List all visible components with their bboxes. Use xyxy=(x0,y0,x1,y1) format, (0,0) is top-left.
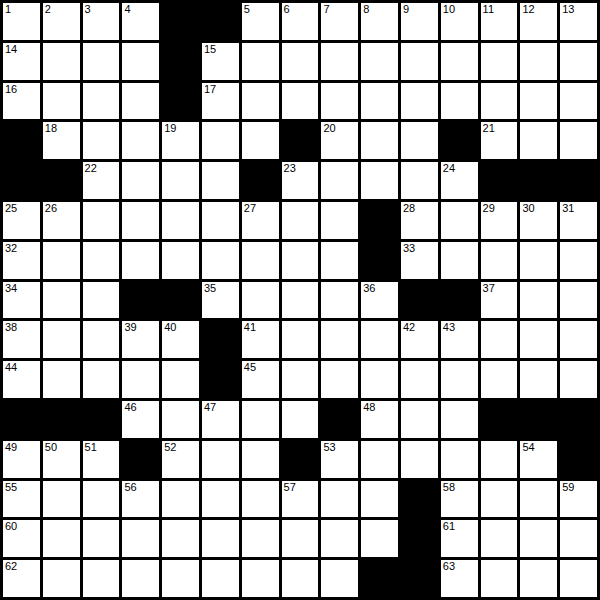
white-square[interactable] xyxy=(361,162,398,199)
black-square xyxy=(401,481,438,518)
white-square[interactable] xyxy=(242,43,279,80)
white-square[interactable] xyxy=(242,481,279,518)
white-square[interactable] xyxy=(441,401,478,438)
white-square[interactable]: 47 xyxy=(202,401,239,438)
white-square[interactable]: 52 xyxy=(162,441,199,478)
clue-number: 14 xyxy=(5,43,17,56)
white-square[interactable] xyxy=(520,560,557,597)
white-square[interactable]: 28 xyxy=(401,202,438,239)
white-square[interactable]: 2 xyxy=(43,3,80,40)
white-square[interactable] xyxy=(321,321,358,358)
white-square[interactable]: 3 xyxy=(83,3,120,40)
black-square xyxy=(3,401,40,438)
white-square[interactable] xyxy=(83,361,120,398)
white-square[interactable] xyxy=(282,242,319,279)
white-square[interactable] xyxy=(202,162,239,199)
black-square xyxy=(3,162,40,199)
white-square[interactable]: 9 xyxy=(401,3,438,40)
white-square[interactable]: 44 xyxy=(3,361,40,398)
clue-number: 40 xyxy=(164,321,176,334)
white-square[interactable] xyxy=(43,560,80,597)
white-square[interactable] xyxy=(520,520,557,557)
clue-number: 15 xyxy=(204,43,216,56)
white-square[interactable]: 55 xyxy=(3,481,40,518)
black-square xyxy=(361,202,398,239)
white-square[interactable]: 19 xyxy=(162,122,199,159)
white-square[interactable] xyxy=(282,401,319,438)
white-square[interactable]: 62 xyxy=(3,560,40,597)
white-square[interactable] xyxy=(202,560,239,597)
white-square[interactable] xyxy=(162,361,199,398)
white-square[interactable]: 51 xyxy=(83,441,120,478)
black-square xyxy=(162,83,199,120)
clue-number: 6 xyxy=(284,3,290,16)
white-square[interactable] xyxy=(122,83,159,120)
clue-number: 28 xyxy=(403,202,415,215)
white-square[interactable] xyxy=(83,43,120,80)
white-square[interactable] xyxy=(401,441,438,478)
white-square[interactable] xyxy=(481,520,518,557)
white-square[interactable] xyxy=(122,242,159,279)
clue-number: 45 xyxy=(244,361,256,374)
clue-number: 39 xyxy=(124,321,136,334)
white-square[interactable]: 38 xyxy=(3,321,40,358)
clue-number: 54 xyxy=(522,441,534,454)
black-square xyxy=(202,321,239,358)
clue-number: 46 xyxy=(124,401,136,414)
white-square[interactable] xyxy=(481,43,518,80)
white-square[interactable]: 21 xyxy=(481,122,518,159)
black-square xyxy=(401,520,438,557)
white-square[interactable] xyxy=(361,441,398,478)
clue-number: 12 xyxy=(522,3,534,16)
white-square[interactable] xyxy=(282,361,319,398)
clue-number: 9 xyxy=(403,3,409,16)
black-square xyxy=(202,361,239,398)
white-square[interactable]: 42 xyxy=(401,321,438,358)
black-square xyxy=(122,282,159,319)
clue-number: 3 xyxy=(85,3,91,16)
white-square[interactable]: 46 xyxy=(122,401,159,438)
clue-number: 60 xyxy=(5,520,17,533)
white-square[interactable]: 53 xyxy=(321,441,358,478)
white-square[interactable] xyxy=(282,202,319,239)
white-square[interactable]: 59 xyxy=(560,481,597,518)
clue-number: 27 xyxy=(244,202,256,215)
clue-number: 38 xyxy=(5,321,17,334)
black-square xyxy=(43,401,80,438)
clue-number: 26 xyxy=(45,202,57,215)
clue-number: 53 xyxy=(323,441,335,454)
white-square[interactable] xyxy=(122,202,159,239)
white-square[interactable] xyxy=(401,122,438,159)
white-square[interactable] xyxy=(361,122,398,159)
white-square[interactable] xyxy=(242,401,279,438)
white-square[interactable]: 63 xyxy=(441,560,478,597)
black-square xyxy=(361,242,398,279)
black-square xyxy=(162,282,199,319)
white-square[interactable] xyxy=(321,560,358,597)
clue-number: 22 xyxy=(85,162,97,175)
white-square[interactable]: 32 xyxy=(3,242,40,279)
white-square[interactable]: 17 xyxy=(202,83,239,120)
white-square[interactable] xyxy=(401,83,438,120)
white-square[interactable] xyxy=(282,282,319,319)
white-square[interactable] xyxy=(43,43,80,80)
white-square[interactable]: 29 xyxy=(481,202,518,239)
white-square[interactable] xyxy=(43,361,80,398)
white-square[interactable]: 43 xyxy=(441,321,478,358)
white-square[interactable] xyxy=(83,560,120,597)
clue-number: 44 xyxy=(5,361,17,374)
white-square[interactable] xyxy=(282,321,319,358)
clue-number: 37 xyxy=(483,282,495,295)
clue-number: 55 xyxy=(5,481,17,494)
white-square[interactable] xyxy=(481,361,518,398)
white-square[interactable] xyxy=(122,162,159,199)
white-square[interactable] xyxy=(162,481,199,518)
white-square[interactable]: 18 xyxy=(43,122,80,159)
white-square[interactable]: 30 xyxy=(520,202,557,239)
white-square[interactable] xyxy=(401,162,438,199)
white-square[interactable] xyxy=(401,401,438,438)
black-square xyxy=(282,122,319,159)
white-square[interactable] xyxy=(560,43,597,80)
white-square[interactable]: 12 xyxy=(520,3,557,40)
white-square[interactable]: 41 xyxy=(242,321,279,358)
white-square[interactable] xyxy=(560,520,597,557)
white-square[interactable] xyxy=(560,282,597,319)
clue-number: 2 xyxy=(45,3,51,16)
white-square[interactable]: 25 xyxy=(3,202,40,239)
white-square[interactable] xyxy=(361,481,398,518)
clue-number: 8 xyxy=(363,3,369,16)
clue-number: 19 xyxy=(164,122,176,135)
clue-number: 21 xyxy=(483,122,495,135)
white-square[interactable] xyxy=(441,242,478,279)
white-square[interactable] xyxy=(520,122,557,159)
white-square[interactable]: 24 xyxy=(441,162,478,199)
white-square[interactable] xyxy=(242,520,279,557)
white-square[interactable]: 8 xyxy=(361,3,398,40)
black-square xyxy=(441,282,478,319)
black-square xyxy=(520,401,557,438)
white-square[interactable] xyxy=(560,321,597,358)
white-square[interactable] xyxy=(202,441,239,478)
white-square[interactable] xyxy=(83,481,120,518)
white-square[interactable] xyxy=(242,282,279,319)
white-square[interactable] xyxy=(242,83,279,120)
white-square[interactable] xyxy=(520,43,557,80)
white-square[interactable] xyxy=(202,242,239,279)
clue-number: 34 xyxy=(5,282,17,295)
white-square[interactable] xyxy=(122,560,159,597)
white-square[interactable] xyxy=(560,242,597,279)
white-square[interactable] xyxy=(83,83,120,120)
white-square[interactable] xyxy=(520,481,557,518)
white-square[interactable] xyxy=(520,321,557,358)
white-square[interactable] xyxy=(481,321,518,358)
white-square[interactable]: 37 xyxy=(481,282,518,319)
white-square[interactable] xyxy=(282,520,319,557)
clue-number: 47 xyxy=(204,401,216,414)
white-square[interactable] xyxy=(202,520,239,557)
white-square[interactable] xyxy=(520,83,557,120)
white-square[interactable] xyxy=(520,361,557,398)
white-square[interactable] xyxy=(202,122,239,159)
white-square[interactable] xyxy=(83,520,120,557)
white-square[interactable]: 7 xyxy=(321,3,358,40)
clue-number: 30 xyxy=(522,202,534,215)
white-square[interactable]: 6 xyxy=(282,3,319,40)
clue-number: 41 xyxy=(244,321,256,334)
white-square[interactable]: 50 xyxy=(43,441,80,478)
clue-number: 18 xyxy=(45,122,57,135)
white-square[interactable]: 49 xyxy=(3,441,40,478)
white-square[interactable]: 33 xyxy=(401,242,438,279)
white-square[interactable]: 57 xyxy=(282,481,319,518)
white-square[interactable]: 39 xyxy=(122,321,159,358)
black-square xyxy=(441,122,478,159)
white-square[interactable] xyxy=(162,162,199,199)
black-square xyxy=(162,43,199,80)
white-square[interactable] xyxy=(441,83,478,120)
clue-number: 42 xyxy=(403,321,415,334)
white-square[interactable] xyxy=(162,242,199,279)
black-square xyxy=(282,441,319,478)
white-square[interactable] xyxy=(441,361,478,398)
black-square xyxy=(560,441,597,478)
black-square xyxy=(481,401,518,438)
clue-number: 16 xyxy=(5,83,17,96)
white-square[interactable] xyxy=(162,520,199,557)
white-square[interactable] xyxy=(242,560,279,597)
white-square[interactable]: 45 xyxy=(242,361,279,398)
black-square xyxy=(242,162,279,199)
white-square[interactable]: 4 xyxy=(122,3,159,40)
white-square[interactable] xyxy=(520,282,557,319)
black-square xyxy=(3,122,40,159)
white-square[interactable] xyxy=(481,441,518,478)
white-square[interactable]: 23 xyxy=(282,162,319,199)
white-square[interactable] xyxy=(520,242,557,279)
white-square[interactable]: 40 xyxy=(162,321,199,358)
white-square[interactable]: 34 xyxy=(3,282,40,319)
white-square[interactable]: 26 xyxy=(43,202,80,239)
white-square[interactable]: 11 xyxy=(481,3,518,40)
clue-number: 62 xyxy=(5,560,17,573)
white-square[interactable] xyxy=(401,43,438,80)
white-square[interactable] xyxy=(282,83,319,120)
white-square[interactable]: 35 xyxy=(202,282,239,319)
clue-number: 58 xyxy=(443,481,455,494)
black-square xyxy=(401,560,438,597)
white-square[interactable] xyxy=(361,520,398,557)
black-square xyxy=(481,162,518,199)
white-square[interactable] xyxy=(321,481,358,518)
white-square[interactable] xyxy=(321,282,358,319)
white-square[interactable] xyxy=(441,202,478,239)
white-square[interactable] xyxy=(122,43,159,80)
white-square[interactable] xyxy=(560,361,597,398)
clue-number: 50 xyxy=(45,441,57,454)
white-square[interactable] xyxy=(43,282,80,319)
black-square xyxy=(560,401,597,438)
white-square[interactable] xyxy=(441,43,478,80)
clue-number: 32 xyxy=(5,242,17,255)
white-square[interactable] xyxy=(361,361,398,398)
clue-number: 29 xyxy=(483,202,495,215)
white-square[interactable]: 27 xyxy=(242,202,279,239)
clue-number: 35 xyxy=(204,282,216,295)
white-square[interactable] xyxy=(321,202,358,239)
white-square[interactable]: 10 xyxy=(441,3,478,40)
clue-number: 1 xyxy=(5,3,11,16)
white-square[interactable] xyxy=(401,361,438,398)
clue-number: 25 xyxy=(5,202,17,215)
clue-number: 48 xyxy=(363,401,375,414)
black-square xyxy=(162,3,199,40)
white-square[interactable] xyxy=(43,242,80,279)
clue-number: 33 xyxy=(403,242,415,255)
white-square[interactable] xyxy=(122,122,159,159)
black-square xyxy=(122,441,159,478)
white-square[interactable]: 1 xyxy=(3,3,40,40)
white-square[interactable] xyxy=(481,560,518,597)
white-square[interactable] xyxy=(162,401,199,438)
black-square xyxy=(43,162,80,199)
white-square[interactable] xyxy=(282,560,319,597)
black-square xyxy=(560,162,597,199)
white-square[interactable]: 54 xyxy=(520,441,557,478)
white-square[interactable] xyxy=(83,202,120,239)
white-square[interactable]: 48 xyxy=(361,401,398,438)
white-square[interactable] xyxy=(321,242,358,279)
white-square[interactable] xyxy=(83,242,120,279)
white-square[interactable] xyxy=(481,481,518,518)
white-square[interactable] xyxy=(162,560,199,597)
white-square[interactable] xyxy=(83,282,120,319)
white-square[interactable] xyxy=(560,122,597,159)
white-square[interactable]: 16 xyxy=(3,83,40,120)
clue-number: 43 xyxy=(443,321,455,334)
white-square[interactable]: 15 xyxy=(202,43,239,80)
clue-number: 56 xyxy=(124,481,136,494)
white-square[interactable] xyxy=(202,202,239,239)
white-square[interactable] xyxy=(361,83,398,120)
white-square[interactable] xyxy=(83,122,120,159)
white-square[interactable] xyxy=(242,242,279,279)
clue-number: 59 xyxy=(562,481,574,494)
white-square[interactable] xyxy=(441,441,478,478)
white-square[interactable] xyxy=(43,481,80,518)
white-square[interactable] xyxy=(122,361,159,398)
clue-number: 17 xyxy=(204,83,216,96)
white-square[interactable]: 61 xyxy=(441,520,478,557)
clue-number: 63 xyxy=(443,560,455,573)
white-square[interactable] xyxy=(560,83,597,120)
clue-number: 61 xyxy=(443,520,455,533)
clue-number: 31 xyxy=(562,202,574,215)
clue-number: 4 xyxy=(124,3,130,16)
white-square[interactable] xyxy=(321,361,358,398)
clue-number: 36 xyxy=(363,282,375,295)
white-square[interactable] xyxy=(361,43,398,80)
black-square xyxy=(202,3,239,40)
white-square[interactable]: 14 xyxy=(3,43,40,80)
black-square xyxy=(321,401,358,438)
clue-number: 24 xyxy=(443,162,455,175)
white-square[interactable]: 60 xyxy=(3,520,40,557)
black-square xyxy=(520,162,557,199)
white-square[interactable]: 56 xyxy=(122,481,159,518)
white-square[interactable]: 31 xyxy=(560,202,597,239)
white-square[interactable] xyxy=(83,321,120,358)
white-square[interactable] xyxy=(202,481,239,518)
clue-number: 51 xyxy=(85,441,97,454)
white-square[interactable] xyxy=(242,122,279,159)
white-square[interactable]: 58 xyxy=(441,481,478,518)
white-square[interactable] xyxy=(43,520,80,557)
black-square xyxy=(361,560,398,597)
black-square xyxy=(401,282,438,319)
white-square[interactable] xyxy=(122,520,159,557)
crossword-grid: 1234567891011121314151617181920212223242… xyxy=(0,0,600,600)
white-square[interactable]: 20 xyxy=(321,122,358,159)
clue-number: 57 xyxy=(284,481,296,494)
black-square xyxy=(83,401,120,438)
white-square[interactable] xyxy=(162,202,199,239)
white-square[interactable] xyxy=(282,43,319,80)
white-square[interactable] xyxy=(321,43,358,80)
white-square[interactable] xyxy=(481,83,518,120)
clue-number: 23 xyxy=(284,162,296,175)
white-square[interactable] xyxy=(43,321,80,358)
clue-number: 7 xyxy=(323,3,329,16)
white-square[interactable] xyxy=(321,520,358,557)
white-square[interactable] xyxy=(481,242,518,279)
white-square[interactable] xyxy=(321,83,358,120)
clue-number: 13 xyxy=(562,3,574,16)
clue-number: 10 xyxy=(443,3,455,16)
white-square[interactable]: 22 xyxy=(83,162,120,199)
white-square[interactable] xyxy=(43,83,80,120)
white-square[interactable] xyxy=(321,162,358,199)
white-square[interactable] xyxy=(361,321,398,358)
clue-number: 11 xyxy=(483,3,494,16)
white-square[interactable]: 13 xyxy=(560,3,597,40)
clue-number: 49 xyxy=(5,441,17,454)
white-square[interactable]: 36 xyxy=(361,282,398,319)
clue-number: 52 xyxy=(164,441,176,454)
clue-number: 5 xyxy=(244,3,250,16)
white-square[interactable] xyxy=(560,560,597,597)
clue-number: 20 xyxy=(323,122,335,135)
white-square[interactable]: 5 xyxy=(242,3,279,40)
white-square[interactable] xyxy=(242,441,279,478)
